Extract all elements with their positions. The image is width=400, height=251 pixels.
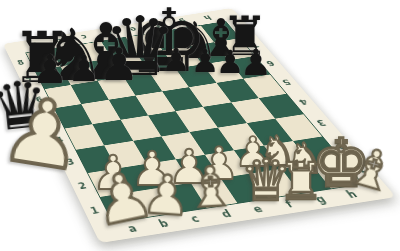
coordinate-file-c-top: c (80, 34, 89, 41)
coordinate-rank-2-right: 2 (333, 141, 347, 150)
coordinate-rank-8-right: 8 (235, 25, 246, 32)
coordinate-file-e-bottom: e (251, 204, 265, 214)
coordinate-rank-1-left: 1 (89, 205, 101, 215)
coordinate-rank-3-left: 3 (65, 158, 76, 167)
chess-set-product-photo: aa88bb77cc66dd55ee44ff33gg22hh11 ♜♝♞♚♟♟♟… (0, 0, 400, 251)
coordinate-rank-5-left: 5 (44, 115, 54, 123)
coordinate-file-d-bottom: d (219, 209, 233, 219)
coordinate-file-d-top: d (104, 30, 114, 37)
coordinate-file-e-top: e (128, 26, 138, 33)
coordinate-file-g-top: g (177, 18, 188, 25)
coordinate-rank-4-left: 4 (54, 136, 65, 145)
coordinate-file-c-bottom: c (189, 214, 201, 224)
coordinate-file-a-bottom: a (126, 223, 138, 234)
coordinate-rank-7-right: 7 (249, 42, 261, 49)
coordinate-file-b-bottom: b (157, 218, 170, 229)
playing-area (25, 21, 363, 223)
coordinate-rank-6-right: 6 (264, 59, 276, 66)
coordinate-file-h-top: h (202, 14, 213, 21)
coordinate-file-g-bottom: g (313, 194, 328, 204)
coordinate-file-f-bottom: f (283, 199, 294, 209)
coordinate-rank-5-right: 5 (280, 78, 292, 86)
coordinate-rank-6-left: 6 (34, 95, 44, 103)
coordinate-file-b-top: b (54, 38, 64, 45)
coordinate-rank-1-right: 1 (353, 164, 368, 174)
coordinate-file-h-bottom: h (344, 189, 359, 199)
coordinate-rank-4-right: 4 (297, 98, 310, 106)
coordinate-file-a-top: a (30, 41, 39, 48)
coordinate-file-f-top: f (154, 22, 162, 28)
coordinate-rank-2-left: 2 (77, 181, 88, 191)
coordinate-rank-8-left: 8 (16, 59, 25, 66)
chess-board: aa88bb77cc66dd55ee44ff33gg22hh11 (3, 8, 396, 243)
coordinate-rank-3-right: 3 (315, 119, 329, 128)
coordinate-rank-7-left: 7 (25, 77, 35, 84)
